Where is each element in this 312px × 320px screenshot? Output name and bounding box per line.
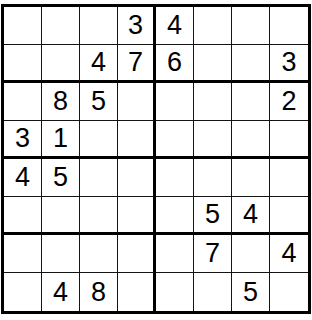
sudoku-cell-r3c7[interactable]: [232, 83, 270, 121]
sudoku-cell-r2c5: 6: [156, 45, 194, 83]
sudoku-cell-r4c1: 3: [4, 121, 42, 159]
sudoku-cell-r6c5[interactable]: [156, 197, 194, 235]
sudoku-cell-r4c4[interactable]: [118, 121, 156, 159]
sudoku-cell-r8c2: 4: [42, 273, 80, 311]
sudoku-cell-r6c2[interactable]: [42, 197, 80, 235]
sudoku-cell-r5c2: 5: [42, 159, 80, 197]
sudoku-cell-r2c6[interactable]: [194, 45, 232, 83]
sudoku-cell-r4c3[interactable]: [80, 121, 118, 159]
sudoku-cell-r7c2[interactable]: [42, 235, 80, 273]
sudoku-page: 34476385231455474485: [0, 0, 312, 320]
sudoku-cell-r4c5[interactable]: [156, 121, 194, 159]
sudoku-cell-r2c7[interactable]: [232, 45, 270, 83]
sudoku-cell-r1c1[interactable]: [4, 7, 42, 45]
sudoku-cell-r1c3[interactable]: [80, 7, 118, 45]
sudoku-cell-r3c3: 5: [80, 83, 118, 121]
sudoku-cell-r1c2[interactable]: [42, 7, 80, 45]
sudoku-cell-r8c5[interactable]: [156, 273, 194, 311]
sudoku-cell-r1c8[interactable]: [270, 7, 308, 45]
sudoku-cell-r5c7[interactable]: [232, 159, 270, 197]
sudoku-cell-r4c7[interactable]: [232, 121, 270, 159]
sudoku-cell-r1c4: 3: [118, 7, 156, 45]
sudoku-cell-r7c1[interactable]: [4, 235, 42, 273]
sudoku-cell-r8c7: 5: [232, 273, 270, 311]
sudoku-cell-r4c2: 1: [42, 121, 80, 159]
sudoku-cell-r5c1: 4: [4, 159, 42, 197]
sudoku-cell-r7c8: 4: [270, 235, 308, 273]
sudoku-cell-r2c8: 3: [270, 45, 308, 83]
sudoku-cell-r7c7[interactable]: [232, 235, 270, 273]
sudoku-cell-r8c6[interactable]: [194, 273, 232, 311]
sudoku-cell-r3c1[interactable]: [4, 83, 42, 121]
sudoku-cell-r8c1[interactable]: [4, 273, 42, 311]
sudoku-cell-r6c3[interactable]: [80, 197, 118, 235]
sudoku-cell-r2c2[interactable]: [42, 45, 80, 83]
sudoku-cell-r2c1[interactable]: [4, 45, 42, 83]
sudoku-board: 34476385231455474485: [1, 4, 311, 314]
sudoku-cell-r7c3[interactable]: [80, 235, 118, 273]
sudoku-cell-r3c8: 2: [270, 83, 308, 121]
sudoku-cell-r7c5[interactable]: [156, 235, 194, 273]
sudoku-cell-r6c7: 4: [232, 197, 270, 235]
sudoku-cell-r6c6: 5: [194, 197, 232, 235]
sudoku-cell-r8c3: 8: [80, 273, 118, 311]
sudoku-cell-r1c7[interactable]: [232, 7, 270, 45]
sudoku-cell-r5c8[interactable]: [270, 159, 308, 197]
sudoku-cell-r6c1[interactable]: [4, 197, 42, 235]
sudoku-cell-r2c3: 4: [80, 45, 118, 83]
sudoku-cell-r6c8[interactable]: [270, 197, 308, 235]
sudoku-cell-r3c5[interactable]: [156, 83, 194, 121]
sudoku-cell-r1c6[interactable]: [194, 7, 232, 45]
sudoku-cell-r6c4[interactable]: [118, 197, 156, 235]
sudoku-cell-r3c4[interactable]: [118, 83, 156, 121]
sudoku-cell-r7c4[interactable]: [118, 235, 156, 273]
sudoku-cell-r4c6[interactable]: [194, 121, 232, 159]
sudoku-cell-r8c8[interactable]: [270, 273, 308, 311]
sudoku-cell-r3c6[interactable]: [194, 83, 232, 121]
sudoku-cell-r5c5[interactable]: [156, 159, 194, 197]
sudoku-cell-r5c3[interactable]: [80, 159, 118, 197]
sudoku-cell-r7c6: 7: [194, 235, 232, 273]
sudoku-cell-r1c5: 4: [156, 7, 194, 45]
sudoku-cell-r8c4[interactable]: [118, 273, 156, 311]
sudoku-cell-r5c6[interactable]: [194, 159, 232, 197]
sudoku-cell-r2c4: 7: [118, 45, 156, 83]
sudoku-cell-r5c4[interactable]: [118, 159, 156, 197]
sudoku-cell-r3c2: 8: [42, 83, 80, 121]
sudoku-cell-r4c8[interactable]: [270, 121, 308, 159]
